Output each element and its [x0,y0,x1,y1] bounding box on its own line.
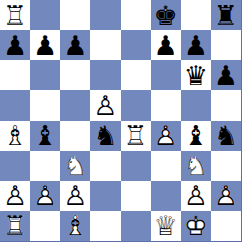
piece-outline: ♙ [151,121,181,151]
piece-fill: ♝ [30,121,60,151]
piece-outline: ♘ [60,151,90,181]
square-d8[interactable] [90,0,120,30]
white-pawn-icon[interactable]: ♟♙ [181,181,211,211]
square-b3[interactable] [30,151,60,181]
chess-board: ♜♖♚♜♟♟♟♟♟♛♟♟♙♝♗♝♞♜♖♟♙♝♞♞♘♞♘♟♙♟♙♟♙♟♙♟♙♜♖♝… [0,0,242,242]
piece-fill: ♞ [90,121,120,151]
piece-fill: ♛ [181,60,211,90]
piece-fill: ♟ [30,30,60,60]
square-h7[interactable] [211,30,241,60]
black-pawn-icon[interactable]: ♟ [60,30,90,60]
white-rook-icon[interactable]: ♜♖ [121,121,151,151]
white-queen-icon[interactable]: ♛♕ [151,211,181,241]
white-pawn-icon[interactable]: ♟♙ [90,90,120,120]
square-h1[interactable] [211,211,241,241]
square-f5[interactable] [151,90,181,120]
piece-outline: ♘ [181,151,211,181]
square-a3[interactable] [0,151,30,181]
white-rook-icon[interactable]: ♜♖ [0,0,30,30]
black-rook-icon[interactable]: ♜ [211,0,241,30]
square-c4[interactable] [60,121,90,151]
square-b6[interactable] [30,60,60,90]
square-d1[interactable] [90,211,120,241]
black-king-icon[interactable]: ♚ [151,0,181,30]
square-f2[interactable] [151,181,181,211]
square-h5[interactable] [211,90,241,120]
white-king-icon[interactable]: ♚♔ [181,211,211,241]
piece-outline: ♔ [181,211,211,241]
square-b4[interactable]: ♝ [30,121,60,151]
piece-fill: ♟ [181,30,211,60]
square-a5[interactable] [0,90,30,120]
square-a4[interactable]: ♝♗ [0,121,30,151]
square-b5[interactable] [30,90,60,120]
square-c1[interactable]: ♝♗ [60,211,90,241]
piece-outline: ♙ [60,181,90,211]
piece-fill: ♟ [211,60,241,90]
white-bishop-icon[interactable]: ♝♗ [60,211,90,241]
piece-outline: ♖ [0,0,30,30]
piece-fill: ♚ [151,0,181,30]
black-pawn-icon[interactable]: ♟ [181,30,211,60]
square-g5[interactable] [181,90,211,120]
square-g3[interactable]: ♞♘ [181,151,211,181]
square-c3[interactable]: ♞♘ [60,151,90,181]
piece-outline: ♙ [181,181,211,211]
square-d5[interactable]: ♟♙ [90,90,120,120]
square-e2[interactable] [121,181,151,211]
black-bishop-icon[interactable]: ♝ [30,121,60,151]
square-e7[interactable] [121,30,151,60]
square-f3[interactable] [151,151,181,181]
square-f1[interactable]: ♛♕ [151,211,181,241]
square-b7[interactable]: ♟ [30,30,60,60]
black-pawn-icon[interactable]: ♟ [211,60,241,90]
white-pawn-icon[interactable]: ♟♙ [60,181,90,211]
white-knight-icon[interactable]: ♞♘ [181,151,211,181]
square-a1[interactable]: ♜♖ [0,211,30,241]
black-bishop-icon[interactable]: ♝ [181,121,211,151]
square-e1[interactable] [121,211,151,241]
piece-outline: ♖ [121,121,151,151]
square-e3[interactable] [121,151,151,181]
square-d2[interactable] [90,181,120,211]
square-c7[interactable]: ♟ [60,30,90,60]
square-f8[interactable]: ♚ [151,0,181,30]
piece-outline: ♗ [60,211,90,241]
black-queen-icon[interactable]: ♛ [181,60,211,90]
black-knight-icon[interactable]: ♞ [211,121,241,151]
square-a6[interactable] [0,60,30,90]
piece-outline: ♕ [151,211,181,241]
square-b1[interactable] [30,211,60,241]
square-d3[interactable] [90,151,120,181]
piece-outline: ♙ [211,181,241,211]
piece-fill: ♝ [181,121,211,151]
square-a8[interactable]: ♜♖ [0,0,30,30]
square-f7[interactable]: ♟ [151,30,181,60]
square-e5[interactable] [121,90,151,120]
square-e4[interactable]: ♜♖ [121,121,151,151]
piece-outline: ♙ [0,181,30,211]
square-h6[interactable]: ♟ [211,60,241,90]
piece-outline: ♗ [0,121,30,151]
piece-outline: ♙ [90,90,120,120]
square-c2[interactable]: ♟♙ [60,181,90,211]
black-pawn-icon[interactable]: ♟ [30,30,60,60]
square-c6[interactable] [60,60,90,90]
square-b2[interactable]: ♟♙ [30,181,60,211]
piece-outline: ♖ [0,211,30,241]
square-g4[interactable]: ♝ [181,121,211,151]
square-g6[interactable]: ♛ [181,60,211,90]
square-b8[interactable] [30,0,60,30]
piece-fill: ♟ [60,30,90,60]
piece-fill: ♜ [211,0,241,30]
piece-fill: ♞ [211,121,241,151]
white-bishop-icon[interactable]: ♝♗ [0,121,30,151]
white-pawn-icon[interactable]: ♟♙ [211,181,241,211]
square-h3[interactable] [211,151,241,181]
square-g1[interactable]: ♚♔ [181,211,211,241]
square-f4[interactable]: ♟♙ [151,121,181,151]
black-pawn-icon[interactable]: ♟ [151,30,181,60]
piece-fill: ♟ [0,30,30,60]
white-pawn-icon[interactable]: ♟♙ [30,181,60,211]
piece-outline: ♙ [30,181,60,211]
white-knight-icon[interactable]: ♞♘ [60,151,90,181]
square-c8[interactable] [60,0,90,30]
square-d7[interactable] [90,30,120,60]
square-c5[interactable] [60,90,90,120]
white-pawn-icon[interactable]: ♟♙ [0,181,30,211]
white-rook-icon[interactable]: ♜♖ [0,211,30,241]
square-d6[interactable] [90,60,120,90]
black-knight-icon[interactable]: ♞ [90,121,120,151]
square-g8[interactable] [181,0,211,30]
square-f6[interactable] [151,60,181,90]
piece-fill: ♟ [151,30,181,60]
square-h2[interactable]: ♟♙ [211,181,241,211]
white-pawn-icon[interactable]: ♟♙ [151,121,181,151]
square-g7[interactable]: ♟ [181,30,211,60]
square-g2[interactable]: ♟♙ [181,181,211,211]
square-a7[interactable]: ♟ [0,30,30,60]
square-d4[interactable]: ♞ [90,121,120,151]
square-h4[interactable]: ♞ [211,121,241,151]
square-e6[interactable] [121,60,151,90]
square-h8[interactable]: ♜ [211,0,241,30]
square-e8[interactable] [121,0,151,30]
black-pawn-icon[interactable]: ♟ [0,30,30,60]
square-a2[interactable]: ♟♙ [0,181,30,211]
